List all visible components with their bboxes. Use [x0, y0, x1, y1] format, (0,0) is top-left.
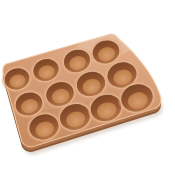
muffin-pan: [0, 0, 175, 175]
product-photo: [0, 0, 175, 175]
